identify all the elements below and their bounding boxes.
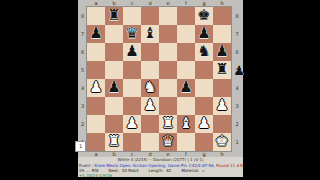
square-g8: ♚ bbox=[195, 7, 213, 25]
file-label-c: c bbox=[123, 0, 141, 7]
square-c2: ♟ bbox=[123, 115, 141, 133]
rank-label-8: 8 bbox=[78, 7, 87, 25]
square-f5 bbox=[177, 61, 195, 79]
square-a6 bbox=[87, 43, 105, 61]
captured-pawn-marker: ♟ bbox=[232, 63, 246, 79]
square-e3 bbox=[159, 97, 177, 115]
rank-label-1: 1 bbox=[231, 133, 243, 151]
piece-black-pawn-h6: ♟ bbox=[213, 43, 231, 61]
square-b6 bbox=[105, 43, 123, 61]
piece-black-bishop-d7: ♝ bbox=[141, 25, 159, 43]
rank-label-4: 4 bbox=[231, 79, 243, 97]
square-h8 bbox=[213, 7, 231, 25]
rank-label-8: 8 bbox=[231, 7, 243, 25]
square-e8 bbox=[159, 7, 177, 25]
rank-label-6: 6 bbox=[231, 43, 243, 61]
piece-white-king-h1: ♚ bbox=[213, 133, 231, 151]
square-d5 bbox=[141, 61, 159, 79]
piece-white-pawn-c2: ♟ bbox=[123, 115, 141, 133]
rank-labels-right: 87654321 bbox=[231, 7, 243, 151]
piece-white-queen-e1: ♛ bbox=[159, 133, 177, 151]
square-g4 bbox=[195, 79, 213, 97]
file-label-f: f bbox=[177, 0, 195, 7]
square-d7: ♝ bbox=[141, 25, 159, 43]
piece-black-rook-h5: ♜ bbox=[213, 61, 231, 79]
square-c1 bbox=[123, 133, 141, 151]
square-d1 bbox=[141, 133, 159, 151]
square-d2 bbox=[141, 115, 159, 133]
move-number-box: 1 bbox=[75, 141, 86, 152]
square-d6 bbox=[141, 43, 159, 61]
rank-label-3: 3 bbox=[231, 97, 243, 115]
piece-white-rook-b1: ♜ bbox=[105, 133, 123, 151]
square-g3 bbox=[195, 97, 213, 115]
square-e4 bbox=[159, 79, 177, 97]
event-line-round: Round 11 #56 bbox=[216, 163, 243, 168]
square-b1: ♜ bbox=[105, 133, 123, 151]
board-band: 87654321 ♜♚♟♛♝♟♟♞♟♜♟♟♞♟♟♟♟♜♝♟♜♛♚ 8765432… bbox=[78, 7, 243, 151]
file-label-d: d bbox=[141, 0, 159, 7]
footer: White 4 (2245) -- Davidson (2077) | 1 (0… bbox=[78, 157, 243, 177]
file-label-a: a bbox=[87, 0, 105, 7]
piece-black-pawn-c6: ♟ bbox=[123, 43, 141, 61]
square-f4: ♟ bbox=[177, 79, 195, 97]
square-a1 bbox=[87, 133, 105, 151]
rank-label-3: 3 bbox=[78, 97, 87, 115]
square-h1: ♚ bbox=[213, 133, 231, 151]
piece-black-king-g8: ♚ bbox=[195, 7, 213, 25]
square-f2: ♝ bbox=[177, 115, 195, 133]
square-g5 bbox=[195, 61, 213, 79]
square-d4: ♞ bbox=[141, 79, 159, 97]
piece-white-pawn-h3: ♟ bbox=[213, 97, 231, 115]
square-b8: ♜ bbox=[105, 7, 123, 25]
square-b4: ♟ bbox=[105, 79, 123, 97]
square-f7 bbox=[177, 25, 195, 43]
piece-white-knight-d4: ♞ bbox=[141, 79, 159, 97]
letterbox-left bbox=[0, 0, 78, 180]
rank-labels-left: 87654321 bbox=[78, 7, 87, 151]
square-b5 bbox=[105, 61, 123, 79]
piece-black-pawn-a7: ♟ bbox=[87, 25, 105, 43]
square-a2 bbox=[87, 115, 105, 133]
square-g2: ♟ bbox=[195, 115, 213, 133]
square-e6 bbox=[159, 43, 177, 61]
square-b3 bbox=[105, 97, 123, 115]
bottom-strip bbox=[0, 177, 320, 180]
rank-label-4: 4 bbox=[78, 79, 87, 97]
square-e7 bbox=[159, 25, 177, 43]
square-b2 bbox=[105, 115, 123, 133]
square-c7: ♛ bbox=[123, 25, 141, 43]
rank-label-6: 6 bbox=[78, 43, 87, 61]
square-h7 bbox=[213, 25, 231, 43]
piece-white-pawn-d3: ♟ bbox=[141, 97, 159, 115]
square-g1 bbox=[195, 133, 213, 151]
square-c4 bbox=[123, 79, 141, 97]
square-e5 bbox=[159, 61, 177, 79]
piece-white-rook-e2: ♜ bbox=[159, 115, 177, 133]
square-g6: ♞ bbox=[195, 43, 213, 61]
square-f1 bbox=[177, 133, 195, 151]
piece-white-bishop-f2: ♝ bbox=[177, 115, 195, 133]
square-f8 bbox=[177, 7, 195, 25]
square-f3 bbox=[177, 97, 195, 115]
rank-label-7: 7 bbox=[78, 25, 87, 43]
file-label-e: e bbox=[159, 0, 177, 7]
square-g7: ♟ bbox=[195, 25, 213, 43]
letterbox-right bbox=[243, 0, 320, 180]
square-d3: ♟ bbox=[141, 97, 159, 115]
square-h2 bbox=[213, 115, 231, 133]
square-a7: ♟ bbox=[87, 25, 105, 43]
piece-white-pawn-g2: ♟ bbox=[195, 115, 213, 133]
chess-board: ♜♚♟♛♝♟♟♞♟♜♟♟♞♟♟♟♟♜♝♟♜♛♚ bbox=[87, 7, 231, 151]
file-label-h: h bbox=[213, 0, 231, 7]
square-c5 bbox=[123, 61, 141, 79]
square-c8 bbox=[123, 7, 141, 25]
piece-white-pawn-a4: ♟ bbox=[87, 79, 105, 97]
rank-label-5: 5 bbox=[78, 61, 87, 79]
square-a4: ♟ bbox=[87, 79, 105, 97]
square-h3: ♟ bbox=[213, 97, 231, 115]
piece-black-pawn-b4: ♟ bbox=[105, 79, 123, 97]
square-e2: ♜ bbox=[159, 115, 177, 133]
rank-label-7: 7 bbox=[231, 25, 243, 43]
square-a3 bbox=[87, 97, 105, 115]
square-d8 bbox=[141, 7, 159, 25]
piece-black-knight-g6: ♞ bbox=[195, 43, 213, 61]
square-h6: ♟ bbox=[213, 43, 231, 61]
square-a8 bbox=[87, 7, 105, 25]
piece-black-queen-c7: ♛ bbox=[123, 25, 141, 43]
square-f6 bbox=[177, 43, 195, 61]
board-panel: abcdefgh 87654321 ♜♚♟♛♝♟♟♞♟♜♟♟♞♟♟♟♟♜♝♟♜♛… bbox=[78, 0, 243, 177]
square-h5: ♜ bbox=[213, 61, 231, 79]
rank-label-2: 2 bbox=[231, 115, 243, 133]
square-e1: ♛ bbox=[159, 133, 177, 151]
piece-black-pawn-f4: ♟ bbox=[177, 79, 195, 97]
square-h4 bbox=[213, 79, 231, 97]
rank-label-2: 2 bbox=[78, 115, 87, 133]
square-b7 bbox=[105, 25, 123, 43]
square-c3 bbox=[123, 97, 141, 115]
piece-black-rook-b8: ♜ bbox=[105, 7, 123, 25]
square-c6: ♟ bbox=[123, 43, 141, 61]
piece-black-pawn-g7: ♟ bbox=[195, 25, 213, 43]
square-a5 bbox=[87, 61, 105, 79]
